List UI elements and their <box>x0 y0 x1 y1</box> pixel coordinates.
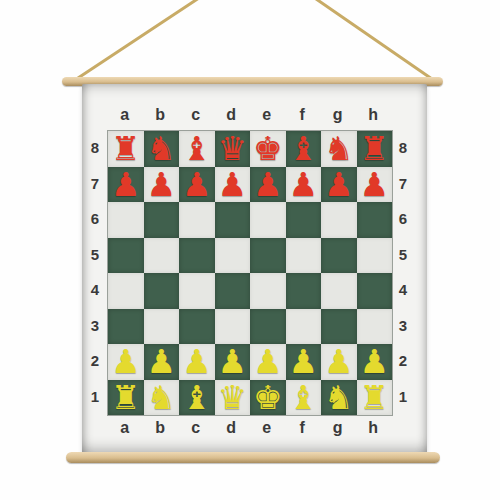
rank-label-right-6: 6 <box>392 201 414 237</box>
square-a5[interactable] <box>108 238 144 274</box>
square-d8[interactable]: ♛ <box>215 131 251 167</box>
file-label-bottom-d: d <box>214 415 250 441</box>
file-label-bottom-a: a <box>107 415 143 441</box>
yellow-pawn-d2[interactable]: ♟ <box>217 344 247 379</box>
square-c2[interactable]: ♟ <box>179 344 215 380</box>
square-b7[interactable]: ♟ <box>144 167 180 203</box>
rank-label-left-4: 4 <box>84 272 106 308</box>
square-g6[interactable] <box>321 202 357 238</box>
demo-chess-banner-scene: abcdefgh 87654321 ♜♞♝♛♚♝♞♜♟♟♟♟♟♟♟♟♟♟♟♟♟♟… <box>0 0 500 500</box>
square-g4[interactable] <box>321 273 357 309</box>
red-pawn-b7[interactable]: ♟ <box>146 167 176 202</box>
yellow-bishop-f1[interactable]: ♝ <box>288 380 318 415</box>
file-label-top-g: g <box>320 102 356 128</box>
yellow-knight-b1[interactable]: ♞ <box>146 380 176 415</box>
yellow-queen-d1[interactable]: ♛ <box>217 380 247 415</box>
square-c1[interactable]: ♝ <box>179 380 215 416</box>
square-e2[interactable]: ♟ <box>250 344 286 380</box>
file-label-top-a: a <box>107 102 143 128</box>
rank-label-left-7: 7 <box>84 166 106 202</box>
file-label-top-f: f <box>285 102 321 128</box>
rank-label-left-6: 6 <box>84 201 106 237</box>
rank-label-left-2: 2 <box>84 343 106 379</box>
square-h7[interactable]: ♟ <box>357 167 393 203</box>
square-f1[interactable]: ♝ <box>286 380 322 416</box>
chess-board: ♜♞♝♛♚♝♞♜♟♟♟♟♟♟♟♟♟♟♟♟♟♟♟♟♜♞♝♛♚♝♞♜ <box>107 130 393 416</box>
square-g1[interactable]: ♞ <box>321 380 357 416</box>
square-f5[interactable] <box>286 238 322 274</box>
square-f4[interactable] <box>286 273 322 309</box>
yellow-knight-g1[interactable]: ♞ <box>324 380 354 415</box>
square-a8[interactable]: ♜ <box>108 131 144 167</box>
square-f8[interactable]: ♝ <box>286 131 322 167</box>
file-label-top-e: e <box>249 102 285 128</box>
square-c3[interactable] <box>179 309 215 345</box>
square-g3[interactable] <box>321 309 357 345</box>
red-pawn-c7[interactable]: ♟ <box>182 167 212 202</box>
square-d6[interactable] <box>215 202 251 238</box>
yellow-pawn-b2[interactable]: ♟ <box>146 344 176 379</box>
rank-label-right-5: 5 <box>392 237 414 273</box>
file-label-bottom-b: b <box>143 415 179 441</box>
file-label-bottom-h: h <box>356 415 392 441</box>
file-label-top-c: c <box>178 102 214 128</box>
square-d7[interactable]: ♟ <box>215 167 251 203</box>
red-rook-a8[interactable]: ♜ <box>111 131 141 166</box>
square-g5[interactable] <box>321 238 357 274</box>
square-a2[interactable]: ♟ <box>108 344 144 380</box>
square-h3[interactable] <box>357 309 393 345</box>
square-e5[interactable] <box>250 238 286 274</box>
square-d5[interactable] <box>215 238 251 274</box>
red-pawn-d7[interactable]: ♟ <box>217 167 247 202</box>
rank-label-right-3: 3 <box>392 308 414 344</box>
square-c5[interactable] <box>179 238 215 274</box>
yellow-pawn-f2[interactable]: ♟ <box>288 344 318 379</box>
yellow-pawn-e2[interactable]: ♟ <box>253 344 283 379</box>
yellow-rook-a1[interactable]: ♜ <box>111 380 141 415</box>
square-e7[interactable]: ♟ <box>250 167 286 203</box>
square-h2[interactable]: ♟ <box>357 344 393 380</box>
yellow-pawn-a2[interactable]: ♟ <box>111 344 141 379</box>
square-a7[interactable]: ♟ <box>108 167 144 203</box>
file-label-bottom-c: c <box>178 415 214 441</box>
rank-label-right-4: 4 <box>392 272 414 308</box>
yellow-pawn-h2[interactable]: ♟ <box>359 344 389 379</box>
file-label-top-d: d <box>214 102 250 128</box>
square-h8[interactable]: ♜ <box>357 131 393 167</box>
red-pawn-e7[interactable]: ♟ <box>253 167 283 202</box>
red-king-e8[interactable]: ♚ <box>253 131 283 166</box>
square-d4[interactable] <box>215 273 251 309</box>
square-d3[interactable] <box>215 309 251 345</box>
square-e8[interactable]: ♚ <box>250 131 286 167</box>
square-g8[interactable]: ♞ <box>321 131 357 167</box>
square-c4[interactable] <box>179 273 215 309</box>
red-knight-b8[interactable]: ♞ <box>146 131 176 166</box>
red-bishop-c8[interactable]: ♝ <box>182 131 212 166</box>
rank-labels-left: 87654321 <box>84 130 106 414</box>
rank-label-right-7: 7 <box>392 166 414 202</box>
square-e6[interactable] <box>250 202 286 238</box>
yellow-rook-h1[interactable]: ♜ <box>359 380 389 415</box>
square-b4[interactable] <box>144 273 180 309</box>
red-pawn-h7[interactable]: ♟ <box>359 167 389 202</box>
square-b6[interactable] <box>144 202 180 238</box>
rank-label-left-1: 1 <box>84 379 106 415</box>
square-g7[interactable]: ♟ <box>321 167 357 203</box>
square-d1[interactable]: ♛ <box>215 380 251 416</box>
rank-label-right-1: 1 <box>392 379 414 415</box>
file-labels-top: abcdefgh <box>107 102 391 128</box>
square-a6[interactable] <box>108 202 144 238</box>
square-h4[interactable] <box>357 273 393 309</box>
red-pawn-a7[interactable]: ♟ <box>111 167 141 202</box>
rank-label-right-8: 8 <box>392 130 414 166</box>
red-pawn-g7[interactable]: ♟ <box>324 167 354 202</box>
square-g2[interactable]: ♟ <box>321 344 357 380</box>
square-a4[interactable] <box>108 273 144 309</box>
red-knight-g8[interactable]: ♞ <box>324 131 354 166</box>
square-h6[interactable] <box>357 202 393 238</box>
rank-label-left-3: 3 <box>84 308 106 344</box>
square-f3[interactable] <box>286 309 322 345</box>
square-b8[interactable]: ♞ <box>144 131 180 167</box>
square-b5[interactable] <box>144 238 180 274</box>
yellow-pawn-c2[interactable]: ♟ <box>182 344 212 379</box>
square-e3[interactable] <box>250 309 286 345</box>
red-bishop-f8[interactable]: ♝ <box>288 131 318 166</box>
rank-labels-right: 87654321 <box>392 130 414 414</box>
square-h1[interactable]: ♜ <box>357 380 393 416</box>
file-label-bottom-e: e <box>249 415 285 441</box>
bottom-wooden-dowel <box>66 452 440 463</box>
square-f2[interactable]: ♟ <box>286 344 322 380</box>
square-c8[interactable]: ♝ <box>179 131 215 167</box>
square-h5[interactable] <box>357 238 393 274</box>
file-label-top-b: b <box>143 102 179 128</box>
square-d2[interactable]: ♟ <box>215 344 251 380</box>
square-b1[interactable]: ♞ <box>144 380 180 416</box>
file-label-bottom-g: g <box>320 415 356 441</box>
square-e1[interactable]: ♚ <box>250 380 286 416</box>
file-label-bottom-f: f <box>285 415 321 441</box>
file-label-top-h: h <box>356 102 392 128</box>
square-b2[interactable]: ♟ <box>144 344 180 380</box>
yellow-pawn-g2[interactable]: ♟ <box>324 344 354 379</box>
square-f6[interactable] <box>286 202 322 238</box>
square-a1[interactable]: ♜ <box>108 380 144 416</box>
rank-label-right-2: 2 <box>392 343 414 379</box>
square-c6[interactable] <box>179 202 215 238</box>
square-a3[interactable] <box>108 309 144 345</box>
rank-label-left-5: 5 <box>84 237 106 273</box>
file-labels-bottom: abcdefgh <box>107 415 391 441</box>
yellow-king-e1[interactable]: ♚ <box>253 380 283 415</box>
square-c7[interactable]: ♟ <box>179 167 215 203</box>
rank-label-left-8: 8 <box>84 130 106 166</box>
yellow-bishop-c1[interactable]: ♝ <box>182 380 212 415</box>
red-queen-d8[interactable]: ♛ <box>217 131 247 166</box>
red-rook-h8[interactable]: ♜ <box>359 131 389 166</box>
square-f7[interactable]: ♟ <box>286 167 322 203</box>
square-b3[interactable] <box>144 309 180 345</box>
square-e4[interactable] <box>250 273 286 309</box>
red-pawn-f7[interactable]: ♟ <box>288 167 318 202</box>
